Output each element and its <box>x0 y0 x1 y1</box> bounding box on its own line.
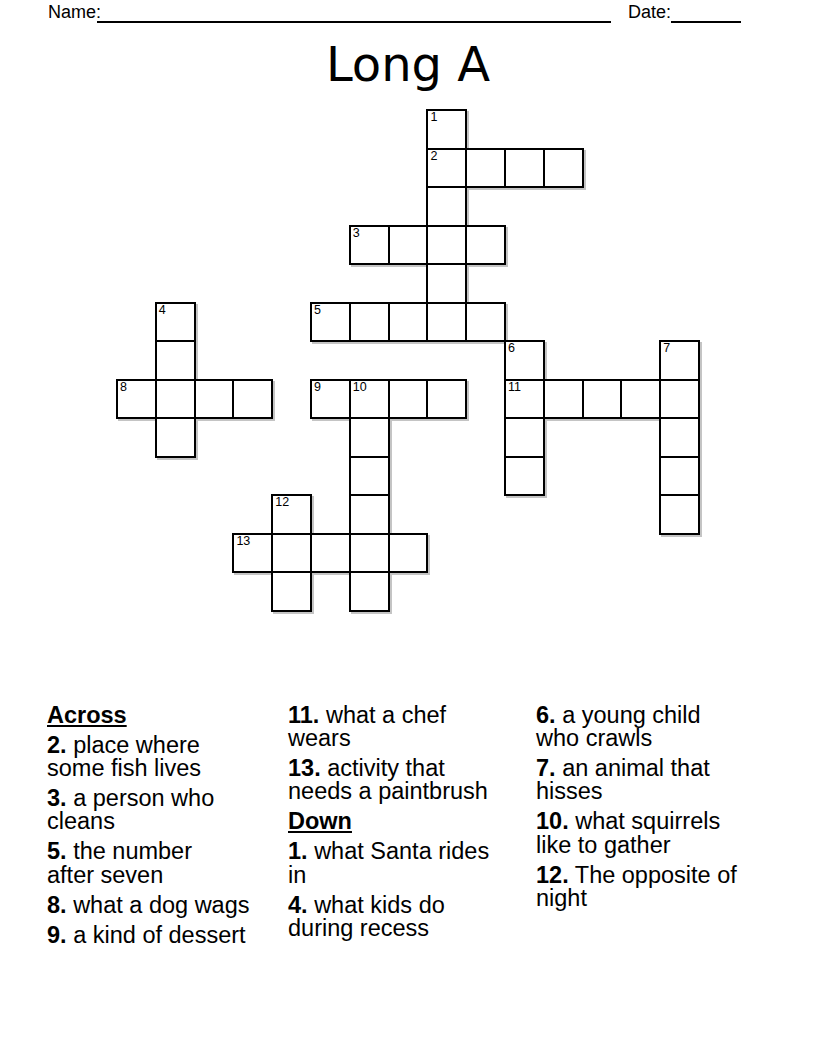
grid-cell-r10c14[interactable] <box>659 494 700 535</box>
clue-7-number: 7. <box>536 755 556 781</box>
clue-number: 4 <box>159 304 166 317</box>
grid-cell-r2c8[interactable] <box>426 186 467 227</box>
clue-4-line-2: during recess <box>288 917 533 940</box>
clue-6: 6. a young childwho crawls <box>536 704 781 750</box>
grid-cell-r3c6[interactable]: 3 <box>349 225 390 266</box>
clue-6-line-1: 6. a young child <box>536 704 781 727</box>
clue-13-number: 13. <box>288 755 321 781</box>
clue-number: 2 <box>430 150 437 163</box>
grid-cell-r10c4[interactable]: 12 <box>271 494 312 535</box>
clues-across-header: Across <box>47 704 292 727</box>
clue-9: 9. a kind of dessert <box>47 924 292 947</box>
grid-cell-r5c7[interactable] <box>388 302 429 343</box>
clues-down-header: Down <box>288 810 533 833</box>
grid-cell-r3c7[interactable] <box>388 225 429 266</box>
clue-12-line-2: night <box>536 887 781 910</box>
clue-number: 5 <box>314 304 321 317</box>
grid-cell-r5c5[interactable]: 5 <box>310 302 351 343</box>
clue-number: 12 <box>275 496 289 509</box>
clue-6-line-2: who crawls <box>536 727 781 750</box>
grid-cell-r3c8[interactable] <box>426 225 467 266</box>
grid-cell-r7c3[interactable] <box>232 379 273 420</box>
clue-4: 4. what kids doduring recess <box>288 894 533 940</box>
clue-8-line-1: 8. what a dog wags <box>47 894 292 917</box>
clue-4-line-1: 4. what kids do <box>288 894 533 917</box>
grid-cell-r10c6[interactable] <box>349 494 390 535</box>
grid-cell-r7c5[interactable]: 9 <box>310 379 351 420</box>
grid-cell-r11c7[interactable] <box>388 533 429 574</box>
grid-cell-r8c10[interactable] <box>504 417 545 458</box>
grid-cell-r1c8[interactable]: 2 <box>426 148 467 189</box>
grid-cell-r8c6[interactable] <box>349 417 390 458</box>
clues-column-3: 6. a young childwho crawls7. an animal t… <box>536 704 781 917</box>
clue-number: 7 <box>663 342 670 355</box>
clue-10-line-2: like to gather <box>536 834 781 857</box>
clue-number: 6 <box>508 342 515 355</box>
grid-cell-r11c5[interactable] <box>310 533 351 574</box>
grid-cell-r11c4[interactable] <box>271 533 312 574</box>
grid-cell-r1c10[interactable] <box>504 148 545 189</box>
grid-cell-r7c2[interactable] <box>194 379 235 420</box>
clue-11: 11. what a chefwears <box>288 704 533 750</box>
grid-cell-r7c13[interactable] <box>620 379 661 420</box>
grid-cell-r12c4[interactable] <box>271 571 312 612</box>
clue-12-number: 12. <box>536 862 569 888</box>
clue-8: 8. what a dog wags <box>47 894 292 917</box>
clue-5-line-2: after seven <box>47 864 292 887</box>
clue-11-number: 11. <box>288 702 319 728</box>
clue-13: 13. activity thatneeds a paintbrush <box>288 757 533 803</box>
clue-11-line-1: 11. what a chef <box>288 704 533 727</box>
grid-cell-r7c14[interactable] <box>659 379 700 420</box>
clue-number: 3 <box>353 227 360 240</box>
grid-cell-r5c6[interactable] <box>349 302 390 343</box>
grid-cell-r5c8[interactable] <box>426 302 467 343</box>
clue-9-line-1: 9. a kind of dessert <box>47 924 292 947</box>
grid-cell-r9c10[interactable] <box>504 456 545 497</box>
grid-cell-r7c6[interactable]: 10 <box>349 379 390 420</box>
clue-5: 5. the numberafter seven <box>47 840 292 886</box>
date-label: Date: <box>628 2 671 23</box>
grid-cell-r1c9[interactable] <box>465 148 506 189</box>
name-label: Name: <box>48 2 101 23</box>
clue-number: 10 <box>353 381 367 394</box>
grid-cell-r6c10[interactable]: 6 <box>504 340 545 381</box>
clue-number: 11 <box>508 381 521 394</box>
grid-cell-r7c1[interactable] <box>155 379 196 420</box>
clue-4-number: 4. <box>288 892 308 918</box>
puzzle-title: Long A <box>0 36 816 92</box>
clue-2-line-2: some fish lives <box>47 757 292 780</box>
clue-13-line-2: needs a paintbrush <box>288 780 533 803</box>
grid-cell-r9c14[interactable] <box>659 456 700 497</box>
clues-column-2: 11. what a chefwears13. activity thatnee… <box>288 704 533 947</box>
clue-9-number: 9. <box>47 922 67 948</box>
clue-1-number: 1. <box>288 838 308 864</box>
clue-1: 1. what Santa ridesin <box>288 840 533 886</box>
clues-column-1: Across2. place wheresome fish lives3. a … <box>47 704 292 954</box>
grid-cell-r8c1[interactable] <box>155 417 196 458</box>
clue-2-line-1: 2. place where <box>47 734 292 757</box>
clue-number: 13 <box>236 535 250 548</box>
clue-3-line-1: 3. a person who <box>47 787 292 810</box>
grid-cell-r12c6[interactable] <box>349 571 390 612</box>
clue-13-line-1: 13. activity that <box>288 757 533 780</box>
grid-cell-r9c6[interactable] <box>349 456 390 497</box>
crossword-grid: 12345678910111213 <box>117 110 699 611</box>
grid-cell-r7c7[interactable] <box>388 379 429 420</box>
clue-7-line-2: hisses <box>536 780 781 803</box>
grid-cell-r7c0[interactable]: 8 <box>116 379 157 420</box>
clue-10-number: 10. <box>536 808 569 834</box>
clue-2: 2. place wheresome fish lives <box>47 734 292 780</box>
clue-number: 8 <box>120 381 127 394</box>
clue-5-line-1: 5. the number <box>47 840 292 863</box>
grid-cell-r7c8[interactable] <box>426 379 467 420</box>
grid-cell-r7c10[interactable]: 11 <box>504 379 545 420</box>
clue-7: 7. an animal thathisses <box>536 757 781 803</box>
clue-6-number: 6. <box>536 702 556 728</box>
clue-3: 3. a person whocleans <box>47 787 292 833</box>
clue-3-number: 3. <box>47 785 67 811</box>
clue-8-number: 8. <box>47 892 67 918</box>
clue-11-line-2: wears <box>288 727 533 750</box>
grid-cell-r6c1[interactable] <box>155 340 196 381</box>
clue-1-line-2: in <box>288 864 533 887</box>
clue-10: 10. what squirrelslike to gather <box>536 810 781 856</box>
clue-2-number: 2. <box>47 732 67 758</box>
grid-cell-r3c9[interactable] <box>465 225 506 266</box>
clue-7-line-1: 7. an animal that <box>536 757 781 780</box>
clue-12: 12. The opposite ofnight <box>536 864 781 910</box>
clue-12-line-1: 12. The opposite of <box>536 864 781 887</box>
grid-cell-r7c12[interactable] <box>582 379 623 420</box>
grid-cell-r11c6[interactable] <box>349 533 390 574</box>
grid-cell-r6c14[interactable]: 7 <box>659 340 700 381</box>
clue-5-number: 5. <box>47 838 67 864</box>
name-field[interactable] <box>97 4 611 23</box>
grid-cell-r0c8[interactable]: 1 <box>426 109 467 150</box>
grid-cell-r1c11[interactable] <box>543 148 584 189</box>
grid-cell-r5c1[interactable]: 4 <box>155 302 196 343</box>
grid-cell-r5c9[interactable] <box>465 302 506 343</box>
clue-1-line-1: 1. what Santa rides <box>288 840 533 863</box>
grid-cell-r7c11[interactable] <box>543 379 584 420</box>
grid-cell-r8c14[interactable] <box>659 417 700 458</box>
grid-cell-r4c8[interactable] <box>426 263 467 304</box>
clue-number: 1 <box>430 111 437 124</box>
clue-number: 9 <box>314 381 321 394</box>
clue-10-line-1: 10. what squirrels <box>536 810 781 833</box>
grid-cell-r11c3[interactable]: 13 <box>232 533 273 574</box>
date-field[interactable] <box>671 4 741 23</box>
clue-3-line-2: cleans <box>47 810 292 833</box>
